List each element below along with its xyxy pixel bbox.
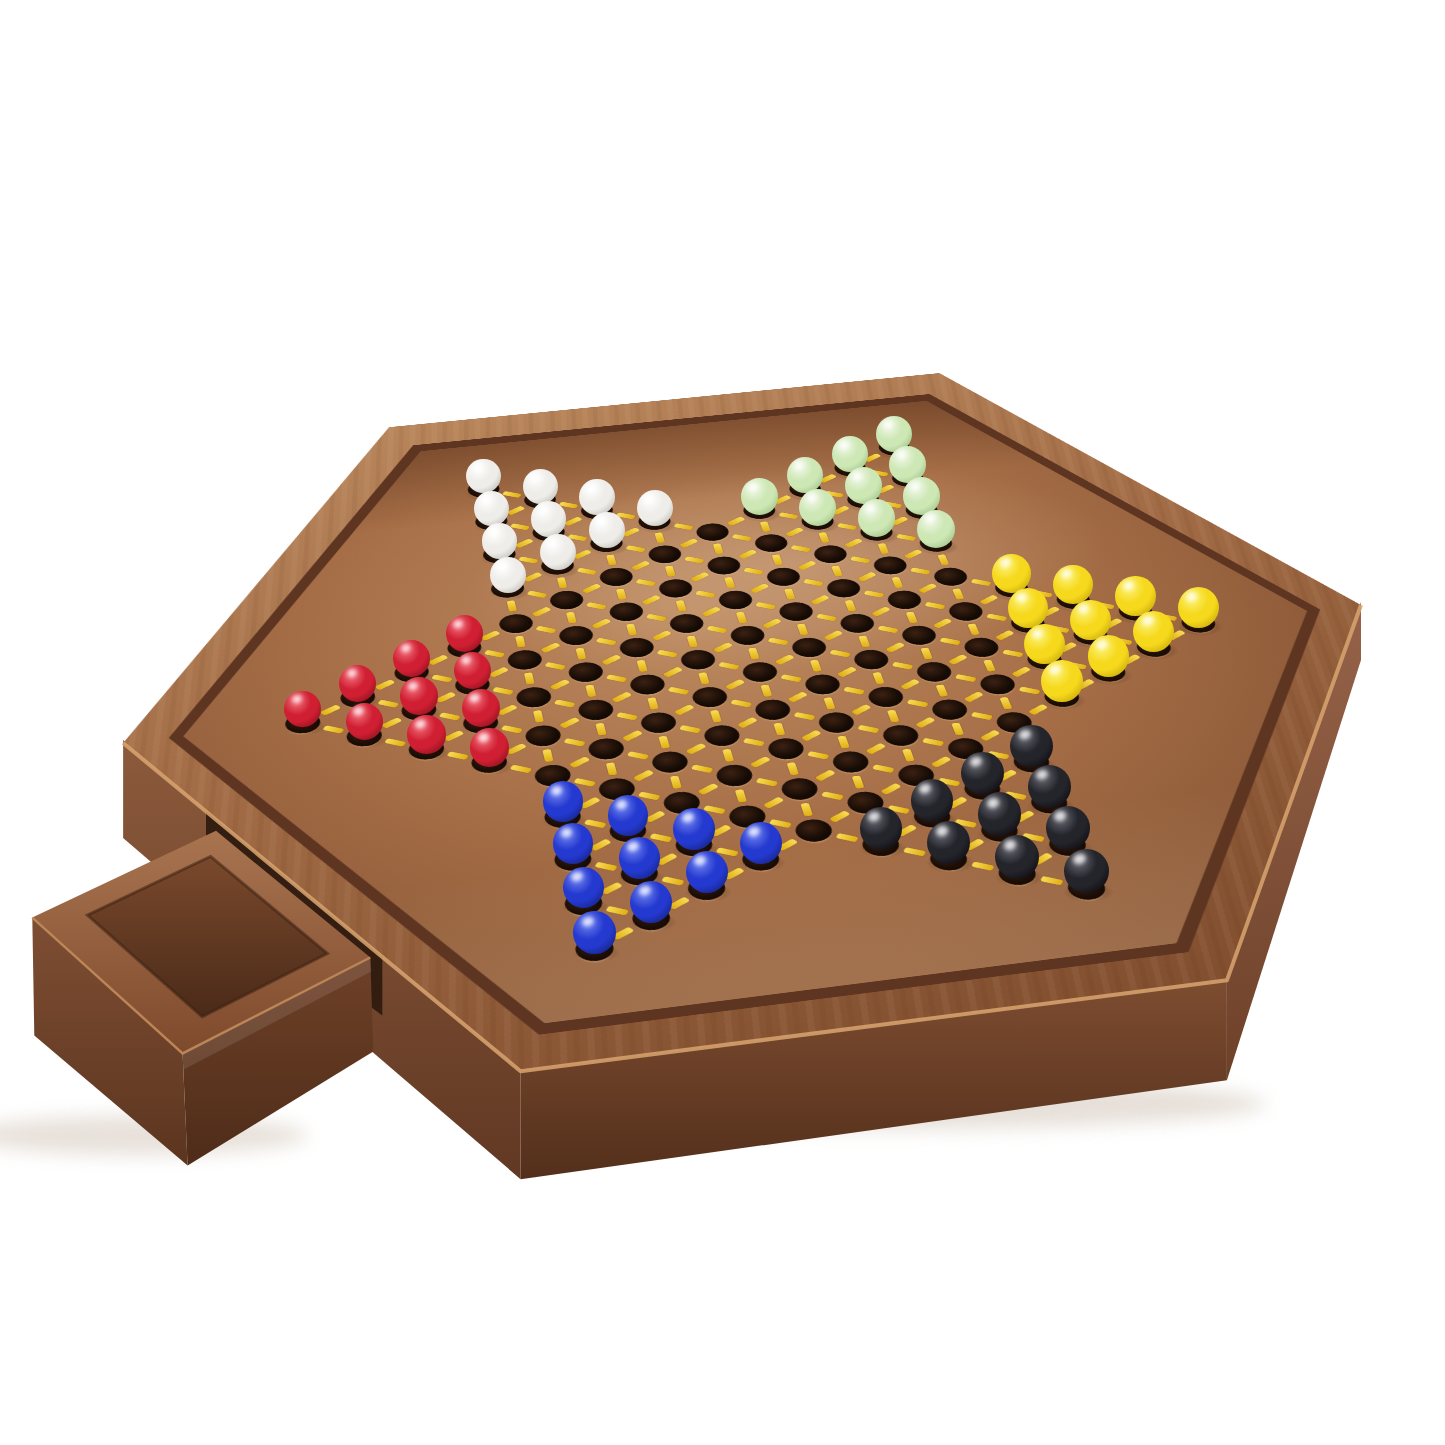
specular-highlight (934, 824, 949, 837)
marble-yellow[interactable] (1178, 587, 1219, 628)
marble-red[interactable] (339, 665, 376, 702)
marble-red[interactable] (454, 652, 491, 689)
specular-highlight (924, 513, 937, 524)
specular-highlight (985, 796, 999, 809)
specular-highlight (747, 826, 761, 838)
specular-highlight (477, 731, 490, 742)
specular-highlight (793, 460, 805, 471)
marble-white[interactable] (531, 501, 567, 537)
specular-highlight (346, 668, 358, 679)
specular-highlight (851, 470, 863, 481)
specular-highlight (838, 439, 850, 450)
marble-white[interactable] (490, 557, 526, 593)
specular-highlight (615, 798, 629, 810)
marble-white[interactable] (482, 523, 518, 559)
specular-highlight (352, 706, 365, 717)
specular-highlight (1048, 664, 1062, 676)
specular-highlight (1060, 568, 1073, 580)
marble-blue[interactable] (608, 795, 649, 836)
specular-highlight (570, 870, 584, 882)
marble-black[interactable] (961, 752, 1003, 794)
marble-yellow[interactable] (1008, 588, 1048, 628)
marble-red[interactable] (407, 715, 445, 753)
marble-green[interactable] (741, 478, 777, 514)
marble-black[interactable] (978, 792, 1021, 835)
specular-highlight (637, 884, 651, 897)
specular-highlight (407, 680, 420, 691)
specular-highlight (1035, 768, 1049, 781)
marble-white[interactable] (523, 469, 558, 504)
specular-highlight (882, 419, 894, 430)
marble-yellow[interactable] (1024, 624, 1065, 665)
product-photo-scene (0, 0, 1445, 1445)
marble-blue[interactable] (619, 837, 661, 879)
specular-highlight (595, 514, 607, 525)
marble-black[interactable] (1064, 849, 1109, 894)
marble-white[interactable] (589, 512, 625, 548)
specular-highlight (1018, 728, 1032, 741)
marble-white[interactable] (579, 479, 614, 514)
marble-green[interactable] (917, 510, 955, 548)
specular-highlight (496, 560, 508, 571)
specular-highlight (909, 480, 921, 491)
specular-highlight (400, 643, 412, 654)
specular-highlight (560, 827, 574, 839)
specular-highlight (472, 462, 484, 472)
marble-blue[interactable] (673, 808, 714, 849)
marble-white[interactable] (466, 459, 500, 493)
specular-highlight (460, 655, 473, 666)
marble-layer (0, 0, 1445, 1445)
marble-blue[interactable] (740, 822, 782, 864)
specular-highlight (918, 782, 932, 795)
specular-highlight (1122, 579, 1135, 591)
specular-highlight (468, 692, 481, 703)
marble-black[interactable] (1010, 725, 1052, 767)
marble-yellow[interactable] (1070, 600, 1111, 641)
marble-red[interactable] (393, 640, 430, 677)
specular-highlight (867, 811, 881, 824)
specular-highlight (643, 493, 655, 504)
specular-highlight (1003, 838, 1018, 851)
specular-highlight (488, 526, 500, 537)
specular-highlight (999, 557, 1012, 569)
specular-highlight (1140, 614, 1154, 626)
specular-highlight (747, 481, 759, 492)
marble-green[interactable] (858, 499, 895, 536)
marble-black[interactable] (911, 779, 954, 822)
marble-black[interactable] (1028, 765, 1071, 808)
specular-highlight (452, 618, 464, 629)
marble-yellow[interactable] (1041, 660, 1082, 701)
marble-yellow[interactable] (992, 554, 1031, 593)
marble-red[interactable] (400, 677, 437, 714)
specular-highlight (550, 785, 563, 797)
specular-highlight (896, 449, 908, 460)
specular-highlight (1077, 603, 1091, 615)
specular-highlight (864, 502, 877, 513)
specular-highlight (529, 472, 541, 482)
specular-highlight (480, 493, 492, 503)
marble-red[interactable] (446, 615, 483, 652)
specular-highlight (1053, 809, 1068, 822)
specular-highlight (1031, 627, 1045, 639)
specular-highlight (1185, 590, 1199, 602)
specular-highlight (806, 492, 818, 503)
marble-blue[interactable] (686, 851, 728, 893)
specular-highlight (537, 504, 549, 514)
marble-green[interactable] (799, 489, 836, 526)
marble-black[interactable] (1046, 806, 1090, 850)
marble-red[interactable] (462, 689, 500, 727)
specular-highlight (585, 482, 597, 492)
marble-white[interactable] (637, 490, 673, 526)
marble-white[interactable] (540, 534, 576, 570)
specular-highlight (291, 694, 303, 705)
marble-yellow[interactable] (1115, 576, 1155, 616)
specular-highlight (626, 841, 640, 853)
marble-black[interactable] (995, 835, 1039, 879)
specular-highlight (414, 719, 427, 730)
specular-highlight (581, 915, 595, 928)
marble-white[interactable] (474, 491, 509, 526)
specular-highlight (1095, 639, 1109, 651)
marble-red[interactable] (470, 728, 509, 767)
specular-highlight (1072, 852, 1087, 865)
specular-highlight (681, 812, 695, 824)
marble-black[interactable] (860, 807, 903, 850)
specular-highlight (546, 537, 558, 548)
specular-highlight (693, 855, 707, 867)
marble-blue[interactable] (573, 911, 615, 953)
marble-blue[interactable] (543, 781, 583, 821)
marble-yellow[interactable] (1088, 635, 1129, 676)
specular-highlight (1015, 591, 1028, 603)
specular-highlight (969, 755, 983, 768)
